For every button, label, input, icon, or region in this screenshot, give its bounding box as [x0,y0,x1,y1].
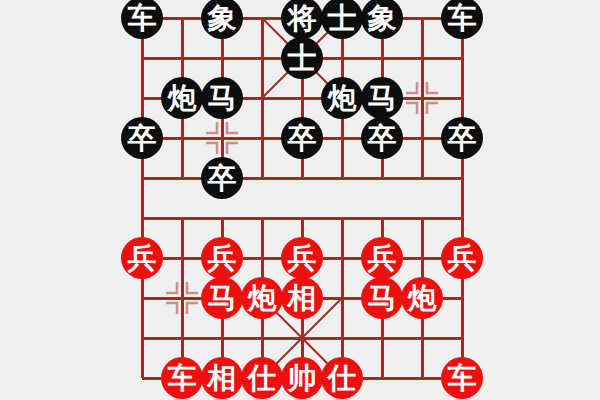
piece-red-chariot[interactable]: 车 [161,357,203,399]
piece-black-elephant[interactable]: 象 [361,0,403,39]
piece-red-soldier[interactable]: 兵 [121,237,163,279]
piece-red-horse[interactable]: 马 [361,277,403,319]
piece-black-chariot[interactable]: 车 [121,0,163,39]
piece-black-soldier[interactable]: 卒 [281,117,323,159]
piece-black-advisor[interactable]: 士 [281,37,323,79]
piece-red-cannon[interactable]: 炮 [241,277,283,319]
piece-black-general[interactable]: 将 [281,0,323,39]
piece-black-elephant[interactable]: 象 [201,0,243,39]
piece-red-soldier[interactable]: 兵 [361,237,403,279]
pieces-layer: 车象将士象车士炮马炮马卒卒卒卒卒兵兵兵兵兵马炮相马炮车相仕帅仕车 [122,0,482,398]
piece-red-soldier[interactable]: 兵 [441,237,483,279]
piece-red-horse[interactable]: 马 [201,277,243,319]
piece-black-cannon[interactable]: 炮 [321,77,363,119]
piece-black-advisor[interactable]: 士 [321,0,363,39]
piece-red-elephant[interactable]: 相 [281,277,323,319]
piece-black-soldier[interactable]: 卒 [201,157,243,199]
piece-red-soldier[interactable]: 兵 [281,237,323,279]
xiangqi-board: 车象将士象车士炮马炮马卒卒卒卒卒兵兵兵兵兵马炮相马炮车相仕帅仕车 [0,0,600,400]
piece-red-general[interactable]: 帅 [281,357,323,399]
piece-black-chariot[interactable]: 车 [441,0,483,39]
piece-red-elephant[interactable]: 相 [201,357,243,399]
piece-red-advisor[interactable]: 仕 [241,357,283,399]
piece-black-soldier[interactable]: 卒 [361,117,403,159]
piece-black-soldier[interactable]: 卒 [441,117,483,159]
piece-red-advisor[interactable]: 仕 [321,357,363,399]
piece-black-soldier[interactable]: 卒 [121,117,163,159]
piece-red-chariot[interactable]: 车 [441,357,483,399]
piece-black-cannon[interactable]: 炮 [161,77,203,119]
piece-red-soldier[interactable]: 兵 [201,237,243,279]
piece-black-horse[interactable]: 马 [361,77,403,119]
piece-red-cannon[interactable]: 炮 [401,277,443,319]
piece-black-horse[interactable]: 马 [201,77,243,119]
